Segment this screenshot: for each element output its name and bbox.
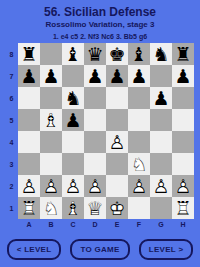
square-h5[interactable] — [172, 109, 194, 131]
white-piece: ♙ — [106, 131, 128, 153]
square-f2[interactable]: ♟︎♙ — [128, 175, 150, 197]
square-e1[interactable]: ♚♔ — [106, 197, 128, 219]
rank-label-7: 7 — [5, 65, 18, 87]
black-piece: ♟︎ — [150, 87, 172, 109]
white-piece-fill: ♚ — [106, 197, 128, 219]
square-d2[interactable]: ♟︎♙ — [84, 175, 106, 197]
square-a3[interactable] — [18, 153, 40, 175]
square-d4[interactable] — [84, 131, 106, 153]
square-f3[interactable]: ♞♘ — [128, 153, 150, 175]
square-d7[interactable]: ♟︎ — [84, 65, 106, 87]
white-piece: ♖ — [18, 197, 40, 219]
square-f6[interactable] — [128, 87, 150, 109]
rank-label-5: 5 — [5, 109, 18, 131]
black-piece: ♜ — [172, 43, 194, 65]
to-game-button[interactable]: TO GAME — [70, 239, 129, 260]
square-g6[interactable]: ♟︎ — [150, 87, 172, 109]
square-b7[interactable]: ♟︎ — [40, 65, 62, 87]
rank-label-6: 6 — [5, 87, 18, 109]
square-c7[interactable] — [62, 65, 84, 87]
square-b1[interactable]: ♞♘ — [40, 197, 62, 219]
square-g2[interactable]: ♟︎♙ — [150, 175, 172, 197]
square-g1[interactable] — [150, 197, 172, 219]
white-piece-fill: ♜ — [172, 197, 194, 219]
square-c3[interactable] — [62, 153, 84, 175]
square-a8[interactable]: ♜ — [18, 43, 40, 65]
square-c4[interactable] — [62, 131, 84, 153]
white-piece: ♙ — [84, 175, 106, 197]
black-piece: ♟︎ — [128, 65, 150, 87]
rank-label-4: 4 — [5, 131, 18, 153]
square-h3[interactable] — [172, 153, 194, 175]
next-level-button[interactable]: LEVEL > — [139, 239, 194, 260]
square-b6[interactable] — [40, 87, 62, 109]
white-piece-fill: ♟︎ — [40, 175, 62, 197]
square-d6[interactable] — [84, 87, 106, 109]
chess-trainer-app: 56. Sicilian Defense Rossolimo Variation… — [0, 5, 200, 260]
file-label-d: D — [84, 219, 106, 228]
rank-label-8: 8 — [5, 43, 18, 65]
white-piece: ♖ — [172, 197, 194, 219]
square-d1[interactable]: ♛♕ — [84, 197, 106, 219]
square-h1[interactable]: ♜♖ — [172, 197, 194, 219]
file-label-c: C — [62, 219, 84, 228]
square-e4[interactable]: ♟︎♙ — [106, 131, 128, 153]
square-e7[interactable]: ♟︎ — [106, 65, 128, 87]
square-b8[interactable] — [40, 43, 62, 65]
square-h4[interactable] — [172, 131, 194, 153]
white-piece: ♗ — [40, 109, 62, 131]
square-c8[interactable]: ♝ — [62, 43, 84, 65]
white-piece-fill: ♟︎ — [84, 175, 106, 197]
file-label-h: H — [172, 219, 194, 228]
square-a7[interactable]: ♟︎ — [18, 65, 40, 87]
white-piece-fill: ♟︎ — [106, 131, 128, 153]
square-h8[interactable]: ♜ — [172, 43, 194, 65]
square-d3[interactable] — [84, 153, 106, 175]
white-piece: ♘ — [40, 197, 62, 219]
black-piece: ♟︎ — [106, 65, 128, 87]
square-c6[interactable]: ♞ — [62, 87, 84, 109]
file-labels: ABCDEFGH — [18, 219, 200, 228]
white-piece-fill: ♛ — [84, 197, 106, 219]
rank-label-1: 1 — [5, 197, 18, 219]
white-piece-fill: ♝ — [40, 109, 62, 131]
white-piece-fill: ♞ — [128, 153, 150, 175]
square-g7[interactable] — [150, 65, 172, 87]
chess-board[interactable]: ♜♝♛♚♝♞♜♟︎♟︎♟︎♟︎♟︎♟︎♞♟︎♝♗♟︎♟︎♙♞♘♟︎♙♟︎♙♟︎♙… — [18, 43, 194, 219]
square-a1[interactable]: ♜♖ — [18, 197, 40, 219]
file-label-e: E — [106, 219, 128, 228]
black-piece: ♟︎ — [84, 65, 106, 87]
square-a4[interactable] — [18, 131, 40, 153]
black-piece: ♝ — [62, 43, 84, 65]
variation-subtitle: Rossolimo Variation, stage 3 — [0, 20, 200, 29]
square-g3[interactable] — [150, 153, 172, 175]
file-label-f: F — [128, 219, 150, 228]
file-label-a: A — [18, 219, 40, 228]
square-e5[interactable] — [106, 109, 128, 131]
square-e3[interactable] — [106, 153, 128, 175]
white-piece-fill: ♟︎ — [150, 175, 172, 197]
white-piece: ♙ — [172, 175, 194, 197]
square-a5[interactable] — [18, 109, 40, 131]
rank-label-2: 2 — [5, 175, 18, 197]
black-piece: ♞ — [150, 43, 172, 65]
square-h7[interactable]: ♟︎ — [172, 65, 194, 87]
square-c1[interactable]: ♝♗ — [62, 197, 84, 219]
rank-label-3: 3 — [5, 153, 18, 175]
square-f8[interactable]: ♝ — [128, 43, 150, 65]
square-f5[interactable] — [128, 109, 150, 131]
white-piece-fill: ♟︎ — [172, 175, 194, 197]
white-piece-fill: ♞ — [40, 197, 62, 219]
square-h2[interactable]: ♟︎♙ — [172, 175, 194, 197]
white-piece: ♙ — [62, 175, 84, 197]
black-piece: ♜ — [18, 43, 40, 65]
white-piece: ♘ — [128, 153, 150, 175]
white-piece-fill: ♟︎ — [62, 175, 84, 197]
black-piece: ♝ — [128, 43, 150, 65]
square-e2[interactable] — [106, 175, 128, 197]
prev-level-button[interactable]: < LEVEL — [7, 239, 62, 260]
black-piece: ♟︎ — [40, 65, 62, 87]
square-e6[interactable] — [106, 87, 128, 109]
square-g4[interactable] — [150, 131, 172, 153]
white-piece: ♙ — [18, 175, 40, 197]
white-piece: ♕ — [84, 197, 106, 219]
move-list: 1. e4 c5 2. Nf3 Nc6 3. Bb5 g6 — [0, 33, 200, 40]
board-area: 87654321 ♜♝♛♚♝♞♜♟︎♟︎♟︎♟︎♟︎♟︎♞♟︎♝♗♟︎♟︎♙♞♘… — [5, 43, 200, 219]
square-d5[interactable] — [84, 109, 106, 131]
white-piece-fill: ♜ — [18, 197, 40, 219]
black-piece: ♟︎ — [172, 65, 194, 87]
black-piece: ♚ — [106, 43, 128, 65]
square-a6[interactable] — [18, 87, 40, 109]
white-piece-fill: ♟︎ — [128, 175, 150, 197]
square-d8[interactable]: ♛ — [84, 43, 106, 65]
white-piece-fill: ♟︎ — [18, 175, 40, 197]
white-piece: ♔ — [106, 197, 128, 219]
square-e8[interactable]: ♚ — [106, 43, 128, 65]
black-piece: ♟︎ — [62, 109, 84, 131]
square-c2[interactable]: ♟︎♙ — [62, 175, 84, 197]
square-b4[interactable] — [40, 131, 62, 153]
square-h6[interactable] — [172, 87, 194, 109]
file-label-g: G — [150, 219, 172, 228]
square-b3[interactable] — [40, 153, 62, 175]
white-piece: ♙ — [40, 175, 62, 197]
square-f4[interactable] — [128, 131, 150, 153]
black-piece: ♛ — [84, 43, 106, 65]
square-g8[interactable]: ♞ — [150, 43, 172, 65]
square-f7[interactable]: ♟︎ — [128, 65, 150, 87]
square-g5[interactable] — [150, 109, 172, 131]
file-label-b: B — [40, 219, 62, 228]
page-title: 56. Sicilian Defense — [0, 5, 200, 19]
white-piece: ♙ — [150, 175, 172, 197]
white-piece-fill: ♝ — [62, 197, 84, 219]
black-piece: ♟︎ — [18, 65, 40, 87]
square-f1[interactable] — [128, 197, 150, 219]
rank-labels: 87654321 — [5, 43, 18, 219]
square-a2[interactable]: ♟︎♙ — [18, 175, 40, 197]
square-b5[interactable]: ♝♗ — [40, 109, 62, 131]
white-piece: ♗ — [62, 197, 84, 219]
square-c5[interactable]: ♟︎ — [62, 109, 84, 131]
square-b2[interactable]: ♟︎♙ — [40, 175, 62, 197]
white-piece: ♙ — [128, 175, 150, 197]
black-piece: ♞ — [62, 87, 84, 109]
button-row: < LEVEL TO GAME LEVEL > — [0, 239, 200, 260]
